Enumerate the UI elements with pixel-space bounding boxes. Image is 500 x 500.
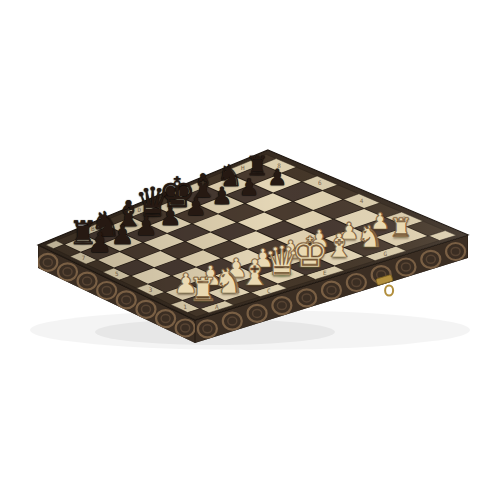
chess-board: HFDB87654321GECA [0,0,500,500]
chess-set-product-photo: HFDB87654321GECA ♜♞♝♛♚♝♞♜♟♟♟♟♟♟♟♟♟♟♟♟♟♟♟… [0,0,500,500]
